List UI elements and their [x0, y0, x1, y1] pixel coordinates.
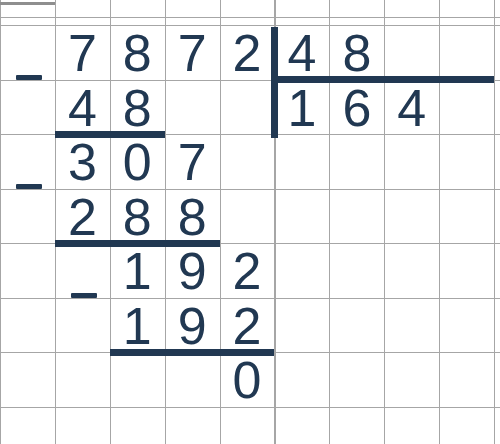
digit-cell: 7 [165, 26, 220, 81]
minus-sign [71, 293, 97, 298]
digit-cell: 1 [110, 299, 165, 354]
division-bracket-horizontal [271, 76, 494, 83]
digit-cell: 9 [165, 299, 220, 354]
stray-grid-line [0, 2, 55, 5]
graph-paper-board: 787248481643072881921920 [0, 0, 500, 444]
digit-cell: 4 [55, 81, 110, 136]
digit-cell: 8 [165, 190, 220, 245]
digit-cell: 1 [275, 81, 330, 136]
digit-cell: 0 [110, 135, 165, 190]
digit-cell: 4 [275, 26, 330, 81]
digit-cell: 2 [220, 244, 275, 299]
digit-cell: 8 [110, 81, 165, 136]
subtraction-underline [55, 240, 220, 247]
subtraction-underline [110, 349, 275, 356]
digit-cell: 8 [110, 26, 165, 81]
digit-cell: 8 [329, 26, 384, 81]
minus-sign [16, 184, 42, 189]
digit-cell: 2 [220, 26, 275, 81]
digit-cell: 7 [165, 135, 220, 190]
digit-cell: 6 [329, 81, 384, 136]
minus-sign [16, 75, 42, 80]
digit-cell: 0 [220, 353, 275, 408]
digit-cell: 4 [384, 81, 439, 136]
digit-cell: 3 [55, 135, 110, 190]
subtraction-underline [55, 131, 165, 138]
digit-cell: 9 [165, 244, 220, 299]
digit-cell: 1 [110, 244, 165, 299]
digit-cell: 2 [55, 190, 110, 245]
digit-cell: 7 [55, 26, 110, 81]
digit-cell: 2 [220, 299, 275, 354]
digit-cell: 8 [110, 190, 165, 245]
